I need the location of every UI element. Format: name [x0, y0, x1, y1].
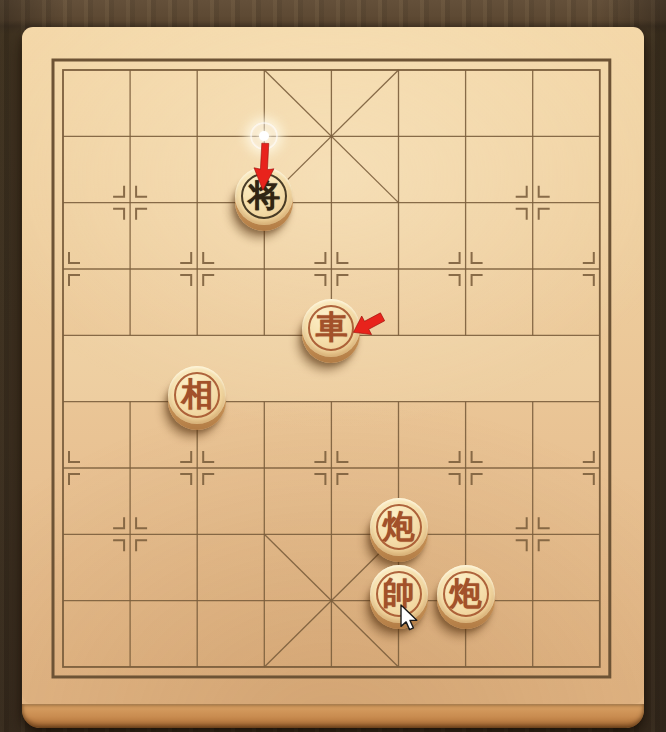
- piece-red-general[interactable]: 帥: [370, 565, 428, 629]
- piece-face: 炮: [437, 565, 495, 623]
- move-origin-glow: [250, 122, 278, 150]
- piece-red-cannon-1[interactable]: 炮: [370, 498, 428, 562]
- piece-red-cannon-2[interactable]: 炮: [437, 565, 495, 629]
- piece-character: 帥: [383, 577, 415, 609]
- piece-character: 相: [181, 378, 213, 410]
- board-plate: [22, 27, 644, 728]
- piece-black-general[interactable]: 将: [235, 167, 293, 231]
- piece-red-chariot[interactable]: 車: [302, 299, 360, 363]
- piece-red-elephant[interactable]: 相: [168, 366, 226, 430]
- piece-face: 相: [168, 366, 226, 424]
- piece-character: 車: [315, 311, 347, 343]
- xiangqi-game-screen: 将 車 相 炮 帥 炮: [0, 0, 666, 732]
- piece-face: 帥: [370, 565, 428, 623]
- piece-face: 炮: [370, 498, 428, 556]
- piece-face: 将: [235, 167, 293, 225]
- piece-character: 炮: [383, 510, 415, 542]
- piece-character: 将: [248, 179, 280, 211]
- piece-character: 炮: [450, 577, 482, 609]
- board-sheen: [22, 27, 644, 704]
- board-front-bevel: [22, 704, 644, 728]
- piece-face: 車: [302, 299, 360, 357]
